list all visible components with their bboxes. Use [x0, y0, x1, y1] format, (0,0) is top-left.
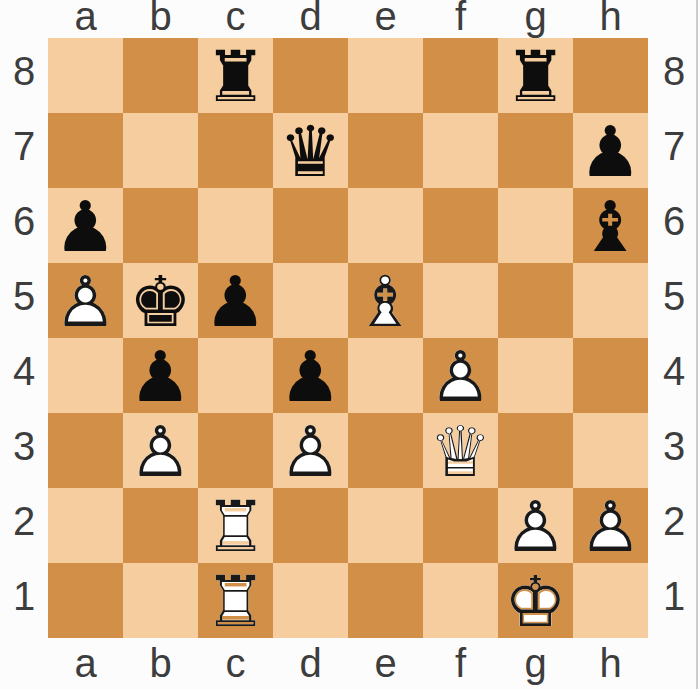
square-f1[interactable]	[423, 563, 498, 638]
file-label-h: h	[573, 638, 648, 689]
piece-glyph-layer: ♟	[573, 114, 648, 189]
piece-glyph-layer: ♝	[573, 189, 648, 264]
black-pawn-d4[interactable]: ♟	[273, 338, 348, 413]
square-a1[interactable]	[48, 563, 123, 638]
square-g3[interactable]	[498, 413, 573, 488]
black-pawn-h7[interactable]: ♟	[573, 113, 648, 188]
rank-labels-right: 87654321	[648, 34, 700, 634]
square-f6[interactable]	[423, 188, 498, 263]
rank-label-6: 6	[0, 184, 48, 259]
file-label-d: d	[273, 638, 348, 689]
rank-label-3: 3	[648, 409, 700, 484]
white-pawn-g2[interactable]: ♟♙	[498, 488, 573, 563]
white-king-g1[interactable]: ♚♔	[498, 563, 573, 638]
square-h5[interactable]	[573, 263, 648, 338]
piece-outline-layer: ♙	[498, 489, 573, 564]
square-a7[interactable]	[48, 113, 123, 188]
square-c7[interactable]	[198, 113, 273, 188]
square-g5[interactable]	[498, 263, 573, 338]
square-b1[interactable]	[123, 563, 198, 638]
white-rook-c1[interactable]: ♜♖	[198, 563, 273, 638]
window-edge-divider	[696, 0, 698, 689]
square-g1[interactable]: ♚♔	[498, 563, 573, 638]
rank-label-5: 5	[648, 259, 700, 334]
square-e4[interactable]	[348, 338, 423, 413]
piece-glyph-layer: ♛	[273, 114, 348, 189]
rank-label-4: 4	[0, 334, 48, 409]
piece-outline-layer: ♔	[498, 564, 573, 639]
square-f8[interactable]	[423, 38, 498, 113]
file-label-f: f	[423, 638, 498, 689]
square-f2[interactable]	[423, 488, 498, 563]
rank-label-1: 1	[648, 559, 700, 634]
black-bishop-h6[interactable]: ♝	[573, 188, 648, 263]
square-d5[interactable]	[273, 263, 348, 338]
square-b8[interactable]	[123, 38, 198, 113]
chess-diagram: abcdefgh 87654321 87654321 abcdefgh ♜♜♛♟…	[0, 0, 700, 689]
square-e3[interactable]	[348, 413, 423, 488]
rank-label-7: 7	[648, 109, 700, 184]
square-a3[interactable]	[48, 413, 123, 488]
square-c8[interactable]: ♜	[198, 38, 273, 113]
square-e7[interactable]	[348, 113, 423, 188]
chess-board: ♜♜♛♟♟♝♟♙♚♟♝♗♟♟♟♙♟♙♟♙♛♕♜♖♟♙♟♙♜♖♚♔	[48, 38, 648, 638]
piece-outline-layer: ♖	[198, 564, 273, 639]
square-d3[interactable]: ♟♙	[273, 413, 348, 488]
square-d1[interactable]	[273, 563, 348, 638]
black-rook-c8[interactable]: ♜	[198, 38, 273, 113]
square-d4[interactable]: ♟	[273, 338, 348, 413]
rank-label-6: 6	[648, 184, 700, 259]
piece-glyph-layer: ♟	[273, 339, 348, 414]
square-b7[interactable]	[123, 113, 198, 188]
square-c4[interactable]	[198, 338, 273, 413]
square-d7[interactable]: ♛	[273, 113, 348, 188]
piece-outline-layer: ♗	[348, 264, 423, 339]
square-c3[interactable]	[198, 413, 273, 488]
piece-outline-layer: ♕	[423, 414, 498, 489]
piece-outline-layer: ♙	[573, 489, 648, 564]
square-a4[interactable]	[48, 338, 123, 413]
square-f7[interactable]	[423, 113, 498, 188]
square-g4[interactable]	[498, 338, 573, 413]
square-h2[interactable]: ♟♙	[573, 488, 648, 563]
square-c5[interactable]: ♟	[198, 263, 273, 338]
square-c1[interactable]: ♜♖	[198, 563, 273, 638]
square-b2[interactable]	[123, 488, 198, 563]
rank-label-7: 7	[0, 109, 48, 184]
square-c2[interactable]: ♜♖	[198, 488, 273, 563]
square-h4[interactable]	[573, 338, 648, 413]
square-h6[interactable]: ♝	[573, 188, 648, 263]
piece-outline-layer: ♖	[198, 489, 273, 564]
square-g2[interactable]: ♟♙	[498, 488, 573, 563]
square-g8[interactable]: ♜	[498, 38, 573, 113]
square-c6[interactable]	[198, 188, 273, 263]
square-a8[interactable]	[48, 38, 123, 113]
white-pawn-a5[interactable]: ♟♙	[48, 263, 123, 338]
file-label-c: c	[198, 0, 273, 39]
square-e2[interactable]	[348, 488, 423, 563]
piece-glyph-layer: ♜	[198, 39, 273, 114]
file-label-b: b	[123, 0, 198, 39]
square-d6[interactable]	[273, 188, 348, 263]
black-pawn-b4[interactable]: ♟	[123, 338, 198, 413]
piece-glyph-layer: ♟	[123, 339, 198, 414]
file-labels-top: abcdefgh	[48, 0, 648, 34]
piece-glyph-layer: ♟	[48, 189, 123, 264]
white-pawn-b3[interactable]: ♟♙	[123, 413, 198, 488]
piece-outline-layer: ♙	[123, 414, 198, 489]
rank-labels-left: 87654321	[0, 34, 48, 634]
square-h3[interactable]	[573, 413, 648, 488]
file-label-e: e	[348, 638, 423, 689]
square-e6[interactable]	[348, 188, 423, 263]
white-queen-f3[interactable]: ♛♕	[423, 413, 498, 488]
square-f5[interactable]	[423, 263, 498, 338]
square-a2[interactable]	[48, 488, 123, 563]
square-b3[interactable]: ♟♙	[123, 413, 198, 488]
rank-label-3: 3	[0, 409, 48, 484]
black-rook-g8[interactable]: ♜	[498, 38, 573, 113]
rank-label-1: 1	[0, 559, 48, 634]
piece-outline-layer: ♙	[48, 264, 123, 339]
square-b6[interactable]	[123, 188, 198, 263]
square-h8[interactable]	[573, 38, 648, 113]
black-pawn-c5[interactable]: ♟	[198, 263, 273, 338]
square-f4[interactable]: ♟♙	[423, 338, 498, 413]
square-g7[interactable]	[498, 113, 573, 188]
file-label-h: h	[573, 0, 648, 39]
piece-glyph-layer: ♚	[123, 264, 198, 339]
square-e5[interactable]: ♝♗	[348, 263, 423, 338]
file-label-d: d	[273, 0, 348, 39]
white-bishop-e5[interactable]: ♝♗	[348, 263, 423, 338]
white-rook-c2[interactable]: ♜♖	[198, 488, 273, 563]
file-label-e: e	[348, 0, 423, 39]
square-e1[interactable]	[348, 563, 423, 638]
black-queen-d7[interactable]: ♛	[273, 113, 348, 188]
file-label-g: g	[498, 0, 573, 39]
square-f3[interactable]: ♛♕	[423, 413, 498, 488]
piece-outline-layer: ♙	[273, 414, 348, 489]
square-a5[interactable]: ♟♙	[48, 263, 123, 338]
square-g6[interactable]	[498, 188, 573, 263]
square-a6[interactable]: ♟	[48, 188, 123, 263]
square-e8[interactable]	[348, 38, 423, 113]
rank-label-8: 8	[0, 34, 48, 109]
file-labels-bottom: abcdefgh	[48, 638, 648, 689]
rank-label-5: 5	[0, 259, 48, 334]
file-label-b: b	[123, 638, 198, 689]
piece-glyph-layer: ♟	[198, 264, 273, 339]
square-b4[interactable]: ♟	[123, 338, 198, 413]
rank-label-8: 8	[648, 34, 700, 109]
black-king-b5[interactable]: ♚	[123, 263, 198, 338]
square-d8[interactable]	[273, 38, 348, 113]
square-d2[interactable]	[273, 488, 348, 563]
square-h7[interactable]: ♟	[573, 113, 648, 188]
file-label-a: a	[48, 0, 123, 39]
square-b5[interactable]: ♚	[123, 263, 198, 338]
rank-label-2: 2	[648, 484, 700, 559]
piece-outline-layer: ♙	[423, 339, 498, 414]
file-label-a: a	[48, 638, 123, 689]
piece-glyph-layer: ♜	[498, 39, 573, 114]
file-label-f: f	[423, 0, 498, 39]
white-pawn-f4[interactable]: ♟♙	[423, 338, 498, 413]
rank-label-2: 2	[0, 484, 48, 559]
white-pawn-d3[interactable]: ♟♙	[273, 413, 348, 488]
white-pawn-h2[interactable]: ♟♙	[573, 488, 648, 563]
rank-label-4: 4	[648, 334, 700, 409]
square-h1[interactable]	[573, 563, 648, 638]
file-label-c: c	[198, 638, 273, 689]
file-label-g: g	[498, 638, 573, 689]
black-pawn-a6[interactable]: ♟	[48, 188, 123, 263]
